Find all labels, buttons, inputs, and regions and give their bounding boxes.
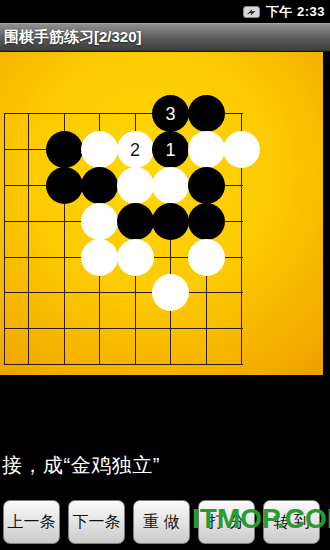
clock-time: 下午 2:33 xyxy=(266,3,325,21)
title-bar: 围棋手筋练习[2/320] xyxy=(0,23,330,52)
move-number-label: 3 xyxy=(165,105,175,123)
stone-black[interactable] xyxy=(81,167,118,204)
next-problem-button[interactable]: 下一条 xyxy=(68,500,125,544)
stone-black[interactable] xyxy=(188,203,225,240)
stone-black[interactable] xyxy=(188,167,225,204)
button-row: 上一条 下一条 重 做 打 分 转 到 xyxy=(3,500,327,544)
grid-line xyxy=(4,328,243,329)
stone-black[interactable] xyxy=(152,203,189,240)
battery-charging-icon xyxy=(243,6,261,18)
stone-white[interactable] xyxy=(81,203,118,240)
stone-black-move-1[interactable]: 1 xyxy=(152,131,189,168)
stone-white[interactable] xyxy=(81,239,118,276)
grid-line xyxy=(4,364,243,365)
move-number-label: 1 xyxy=(165,141,175,159)
redo-button[interactable]: 重 做 xyxy=(133,500,190,544)
stone-black[interactable] xyxy=(46,167,83,204)
stone-white-move-2[interactable]: 2 xyxy=(117,131,154,168)
stone-white[interactable] xyxy=(152,167,189,204)
rate-button[interactable]: 打 分 xyxy=(198,500,255,544)
go-board[interactable]: 321 xyxy=(0,52,323,375)
stone-white[interactable] xyxy=(188,239,225,276)
problem-caption: 接，成“金鸡独立” xyxy=(2,452,160,479)
stone-black[interactable] xyxy=(117,203,154,240)
status-bar: 下午 2:33 xyxy=(0,0,330,23)
app-title: 围棋手筋练习[2/320] xyxy=(0,28,142,47)
grid-line xyxy=(4,113,5,365)
move-number-label: 2 xyxy=(130,141,140,159)
stone-black[interactable] xyxy=(46,131,83,168)
stone-white[interactable] xyxy=(188,131,225,168)
stone-white[interactable] xyxy=(81,131,118,168)
stone-white[interactable] xyxy=(152,274,189,311)
goto-button[interactable]: 转 到 xyxy=(263,500,320,544)
stone-white[interactable] xyxy=(117,239,154,276)
stone-white[interactable] xyxy=(223,131,260,168)
grid-line xyxy=(4,292,243,293)
stone-white[interactable] xyxy=(117,167,154,204)
grid-line xyxy=(28,113,29,365)
stone-black[interactable] xyxy=(188,95,225,132)
stone-black-move-3[interactable]: 3 xyxy=(152,95,189,132)
previous-problem-button[interactable]: 上一条 xyxy=(3,500,60,544)
